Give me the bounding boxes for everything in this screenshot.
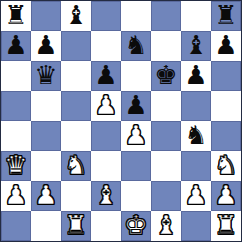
square-a2[interactable]: ♟: [1, 181, 31, 211]
square-b6[interactable]: ♛: [31, 61, 61, 91]
white-knight-piece[interactable]: ♞: [64, 152, 87, 178]
square-h4[interactable]: [211, 121, 241, 151]
white-rook-piece[interactable]: ♜: [64, 212, 87, 238]
square-g4[interactable]: ♞: [181, 121, 211, 151]
white-pawn-piece[interactable]: ♟: [4, 182, 27, 208]
square-d5[interactable]: ♟: [91, 91, 121, 121]
square-b8[interactable]: [31, 1, 61, 31]
square-c8[interactable]: ♝: [61, 1, 91, 31]
square-h6[interactable]: [211, 61, 241, 91]
square-f2[interactable]: [151, 181, 181, 211]
white-pawn-piece[interactable]: ♟: [34, 182, 57, 208]
square-c4[interactable]: [61, 121, 91, 151]
square-b5[interactable]: [31, 91, 61, 121]
black-pawn-piece[interactable]: ♟: [214, 32, 237, 58]
black-king-piece[interactable]: ♚: [154, 62, 177, 88]
black-pawn-piece[interactable]: ♟: [184, 62, 207, 88]
square-f1[interactable]: ♝: [151, 211, 181, 241]
black-bishop-piece[interactable]: ♝: [64, 2, 87, 28]
square-d4[interactable]: [91, 121, 121, 151]
square-e6[interactable]: [121, 61, 151, 91]
square-h8[interactable]: ♜: [211, 1, 241, 31]
square-a6[interactable]: [1, 61, 31, 91]
square-c2[interactable]: [61, 181, 91, 211]
square-b7[interactable]: ♟: [31, 31, 61, 61]
square-g7[interactable]: ♝: [181, 31, 211, 61]
white-pawn-piece[interactable]: ♟: [184, 182, 207, 208]
square-b3[interactable]: [31, 151, 61, 181]
black-pawn-piece[interactable]: ♟: [94, 62, 117, 88]
white-knight-piece[interactable]: ♞: [214, 152, 237, 178]
square-b2[interactable]: ♟: [31, 181, 61, 211]
black-pawn-piece[interactable]: ♟: [4, 32, 27, 58]
white-bishop-piece[interactable]: ♝: [94, 182, 117, 208]
black-rook-piece[interactable]: ♜: [214, 2, 237, 28]
white-queen-piece[interactable]: ♛: [4, 152, 27, 178]
square-g1[interactable]: [181, 211, 211, 241]
square-c7[interactable]: [61, 31, 91, 61]
black-rook-piece[interactable]: ♜: [4, 2, 27, 28]
square-f5[interactable]: [151, 91, 181, 121]
white-bishop-piece[interactable]: ♝: [154, 212, 177, 238]
square-c3[interactable]: ♞: [61, 151, 91, 181]
square-f3[interactable]: [151, 151, 181, 181]
white-pawn-piece[interactable]: ♟: [214, 182, 237, 208]
square-c5[interactable]: [61, 91, 91, 121]
square-h7[interactable]: ♟: [211, 31, 241, 61]
square-a1[interactable]: [1, 211, 31, 241]
black-queen-piece[interactable]: ♛: [34, 62, 57, 88]
white-pawn-piece[interactable]: ♟: [94, 92, 117, 118]
square-e5[interactable]: ♟: [121, 91, 151, 121]
white-rook-piece[interactable]: ♜: [214, 212, 237, 238]
chess-board: ♜♝♜♟♟♞♝♟♛♟♚♟♟♟♟♞♛♞♞♟♟♝♟♟♜♚♝♜: [0, 0, 242, 242]
square-a3[interactable]: ♛: [1, 151, 31, 181]
black-pawn-piece[interactable]: ♟: [124, 92, 147, 118]
square-e2[interactable]: [121, 181, 151, 211]
square-a4[interactable]: [1, 121, 31, 151]
square-h5[interactable]: [211, 91, 241, 121]
square-f8[interactable]: [151, 1, 181, 31]
square-h1[interactable]: ♜: [211, 211, 241, 241]
square-e7[interactable]: ♞: [121, 31, 151, 61]
square-g5[interactable]: [181, 91, 211, 121]
square-b4[interactable]: [31, 121, 61, 151]
square-g6[interactable]: ♟: [181, 61, 211, 91]
square-d3[interactable]: [91, 151, 121, 181]
square-e3[interactable]: [121, 151, 151, 181]
square-g3[interactable]: [181, 151, 211, 181]
square-e8[interactable]: [121, 1, 151, 31]
square-c1[interactable]: ♜: [61, 211, 91, 241]
square-g8[interactable]: [181, 1, 211, 31]
square-e4[interactable]: ♟: [121, 121, 151, 151]
square-a7[interactable]: ♟: [1, 31, 31, 61]
black-knight-piece[interactable]: ♞: [124, 32, 147, 58]
square-d8[interactable]: [91, 1, 121, 31]
black-bishop-piece[interactable]: ♝: [184, 32, 207, 58]
square-f6[interactable]: ♚: [151, 61, 181, 91]
square-h3[interactable]: ♞: [211, 151, 241, 181]
square-c6[interactable]: [61, 61, 91, 91]
square-f7[interactable]: [151, 31, 181, 61]
square-d1[interactable]: [91, 211, 121, 241]
white-king-piece[interactable]: ♚: [124, 212, 147, 238]
square-d2[interactable]: ♝: [91, 181, 121, 211]
black-knight-piece[interactable]: ♞: [184, 122, 207, 148]
white-pawn-piece[interactable]: ♟: [124, 122, 147, 148]
square-a8[interactable]: ♜: [1, 1, 31, 31]
square-a5[interactable]: [1, 91, 31, 121]
square-f4[interactable]: [151, 121, 181, 151]
black-pawn-piece[interactable]: ♟: [34, 32, 57, 58]
square-g2[interactable]: ♟: [181, 181, 211, 211]
square-d7[interactable]: [91, 31, 121, 61]
square-b1[interactable]: [31, 211, 61, 241]
square-h2[interactable]: ♟: [211, 181, 241, 211]
square-e1[interactable]: ♚: [121, 211, 151, 241]
square-d6[interactable]: ♟: [91, 61, 121, 91]
